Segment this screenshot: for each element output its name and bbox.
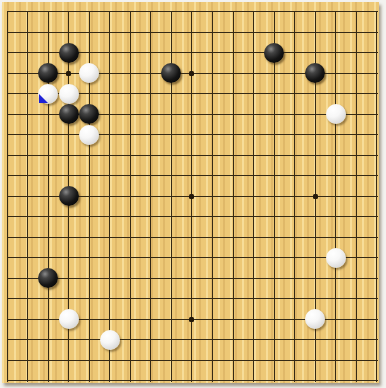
grid-hline	[7, 278, 378, 279]
star-point	[313, 194, 318, 199]
grid-hline	[7, 298, 378, 299]
grid-vline	[253, 12, 254, 382]
white-stone-E13[interactable]	[79, 125, 99, 145]
grid-vline	[212, 12, 213, 382]
star-point	[189, 317, 194, 322]
grid-hline	[7, 237, 378, 238]
white-stone-R14[interactable]	[326, 104, 346, 124]
grid-hline	[7, 134, 378, 135]
black-stone-C16[interactable]	[38, 63, 58, 83]
last-move-marker-icon	[39, 94, 48, 103]
black-stone-E14[interactable]	[79, 104, 99, 124]
star-point	[189, 194, 194, 199]
star-point	[189, 71, 194, 76]
white-stone-E16[interactable]	[79, 63, 99, 83]
grid-hline	[7, 339, 378, 340]
grid-hline	[7, 257, 378, 258]
black-stone-J16[interactable]	[161, 63, 181, 83]
white-stone-C15[interactable]	[38, 84, 58, 104]
grid-hline	[7, 11, 378, 12]
star-point	[66, 71, 71, 76]
white-stone-Q4[interactable]	[305, 309, 325, 329]
grid-vline	[335, 12, 336, 382]
grid-hline	[7, 380, 378, 381]
black-stone-D17[interactable]	[59, 43, 79, 63]
black-stone-O17[interactable]	[264, 43, 284, 63]
grid-vline	[109, 12, 110, 382]
grid-vline	[233, 12, 234, 382]
grid-vline	[130, 12, 131, 382]
grid-vline	[294, 12, 295, 382]
grid-vline	[150, 12, 151, 382]
go-board[interactable]	[2, 2, 379, 383]
white-stone-D4[interactable]	[59, 309, 79, 329]
go-app-window	[0, 0, 386, 388]
black-stone-C6[interactable]	[38, 268, 58, 288]
grid-hline	[7, 175, 378, 176]
grid-vline	[376, 12, 377, 382]
black-stone-Q16[interactable]	[305, 63, 325, 83]
white-stone-D15[interactable]	[59, 84, 79, 104]
grid-hline	[7, 216, 378, 217]
grid-hline	[7, 32, 378, 33]
grid-hline	[7, 155, 378, 156]
black-stone-D14[interactable]	[59, 104, 79, 124]
grid-vline	[356, 12, 357, 382]
white-stone-R7[interactable]	[326, 248, 346, 268]
grid-vline	[7, 12, 8, 382]
grid-vline	[27, 12, 28, 382]
grid-hline	[7, 360, 378, 361]
black-stone-D10[interactable]	[59, 186, 79, 206]
white-stone-F3[interactable]	[100, 330, 120, 350]
grid-vline	[274, 12, 275, 382]
